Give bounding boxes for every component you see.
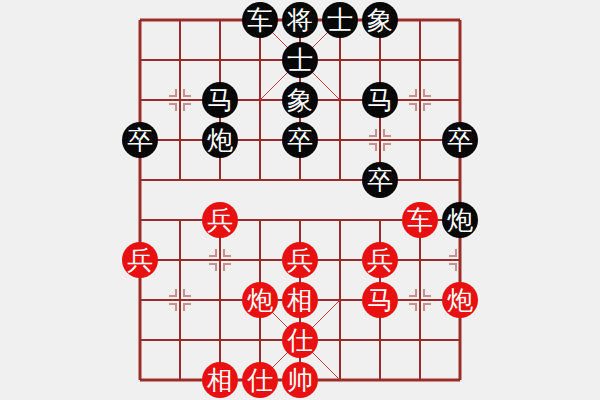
piece-black-advisor[interactable]: 士 xyxy=(282,42,318,78)
piece-red-elephant[interactable]: 相 xyxy=(202,362,238,398)
piece-black-chariot[interactable]: 车 xyxy=(242,2,278,38)
piece-black-pawn[interactable]: 卒 xyxy=(442,122,478,158)
piece-black-king[interactable]: 将 xyxy=(282,2,318,38)
piece-black-pawn[interactable]: 卒 xyxy=(122,122,158,158)
piece-black-pawn[interactable]: 卒 xyxy=(362,162,398,198)
piece-black-elephant[interactable]: 象 xyxy=(362,2,398,38)
pieces-grid: 车将士象士马象马卒炮卒卒卒兵车炮兵兵兵炮相马炮仕相仕帅 xyxy=(120,0,480,400)
piece-black-elephant[interactable]: 象 xyxy=(282,82,318,118)
piece-red-pawn[interactable]: 兵 xyxy=(362,242,398,278)
piece-red-advisor[interactable]: 仕 xyxy=(242,362,278,398)
piece-red-cannon[interactable]: 炮 xyxy=(242,282,278,318)
app-canvas: 车将士象士马象马卒炮卒卒卒兵车炮兵兵兵炮相马炮仕相仕帅 xyxy=(0,0,600,400)
piece-black-cannon[interactable]: 炮 xyxy=(442,202,478,238)
piece-red-pawn[interactable]: 兵 xyxy=(202,202,238,238)
piece-black-horse[interactable]: 马 xyxy=(202,82,238,118)
piece-red-pawn[interactable]: 兵 xyxy=(282,242,318,278)
piece-red-king[interactable]: 帅 xyxy=(282,362,318,398)
piece-black-pawn[interactable]: 卒 xyxy=(282,122,318,158)
piece-red-elephant[interactable]: 相 xyxy=(282,282,318,318)
piece-black-cannon[interactable]: 炮 xyxy=(202,122,238,158)
piece-red-cannon[interactable]: 炮 xyxy=(442,282,478,318)
piece-black-advisor[interactable]: 士 xyxy=(322,2,358,38)
piece-red-horse[interactable]: 马 xyxy=(362,282,398,318)
piece-red-chariot[interactable]: 车 xyxy=(402,202,438,238)
piece-red-pawn[interactable]: 兵 xyxy=(122,242,158,278)
xiangqi-board[interactable]: 车将士象士马象马卒炮卒卒卒兵车炮兵兵兵炮相马炮仕相仕帅 xyxy=(0,0,600,400)
piece-black-horse[interactable]: 马 xyxy=(362,82,398,118)
piece-red-advisor[interactable]: 仕 xyxy=(282,322,318,358)
